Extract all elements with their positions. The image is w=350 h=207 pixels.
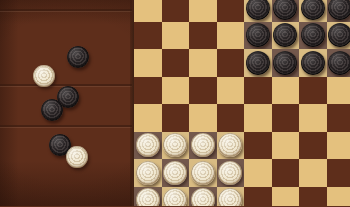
checker-dark-e7[interactable]	[246, 23, 270, 47]
square-a8[interactable]	[134, 0, 162, 22]
checker-dark-f7[interactable]	[273, 23, 297, 47]
square-g5[interactable]	[299, 77, 327, 105]
square-f5[interactable]	[272, 77, 300, 105]
game-board	[134, 0, 350, 206]
checker-light-d2[interactable]	[218, 161, 242, 185]
square-d6[interactable]	[217, 49, 245, 77]
square-c6[interactable]	[189, 49, 217, 77]
checker-light-d3[interactable]	[218, 133, 242, 157]
checker-dark-f8[interactable]	[273, 0, 297, 20]
table-checker-dark-1	[67, 46, 89, 68]
checker-light-d1[interactable]	[218, 188, 242, 206]
checker-dark-h8[interactable]	[328, 0, 350, 20]
square-b8[interactable]	[162, 0, 190, 22]
square-a4[interactable]	[134, 104, 162, 132]
square-f1[interactable]	[272, 187, 300, 207]
checker-light-c1[interactable]	[191, 188, 215, 206]
square-g2[interactable]	[299, 159, 327, 187]
checker-light-a1[interactable]	[136, 188, 160, 206]
square-h2[interactable]	[327, 159, 350, 187]
checker-light-a3[interactable]	[136, 133, 160, 157]
square-h3[interactable]	[327, 132, 350, 160]
checker-light-c3[interactable]	[191, 133, 215, 157]
square-e2[interactable]	[244, 159, 272, 187]
table-checker-light-6	[66, 146, 88, 168]
checker-dark-h7[interactable]	[328, 23, 350, 47]
square-e6[interactable]	[244, 49, 272, 77]
checker-dark-g6[interactable]	[301, 51, 325, 75]
square-c1[interactable]	[189, 187, 217, 207]
square-d3[interactable]	[217, 132, 245, 160]
checker-light-b2[interactable]	[163, 161, 187, 185]
checker-light-a2[interactable]	[136, 161, 160, 185]
square-h6[interactable]	[327, 49, 350, 77]
square-f3[interactable]	[272, 132, 300, 160]
checker-light-b1[interactable]	[163, 188, 187, 206]
square-f8[interactable]	[272, 0, 300, 22]
checker-dark-h6[interactable]	[328, 51, 350, 75]
square-a7[interactable]	[134, 22, 162, 50]
square-a5[interactable]	[134, 77, 162, 105]
square-e7[interactable]	[244, 22, 272, 50]
square-d7[interactable]	[217, 22, 245, 50]
square-e5[interactable]	[244, 77, 272, 105]
square-b2[interactable]	[162, 159, 190, 187]
square-h1[interactable]	[327, 187, 350, 207]
square-h5[interactable]	[327, 77, 350, 105]
square-b7[interactable]	[162, 22, 190, 50]
square-g8[interactable]	[299, 0, 327, 22]
square-e8[interactable]	[244, 0, 272, 22]
square-d8[interactable]	[217, 0, 245, 22]
square-d5[interactable]	[217, 77, 245, 105]
square-d1[interactable]	[217, 187, 245, 207]
square-a3[interactable]	[134, 132, 162, 160]
table-checker-light-2	[33, 65, 55, 87]
square-e1[interactable]	[244, 187, 272, 207]
checker-dark-g8[interactable]	[301, 0, 325, 20]
square-f4[interactable]	[272, 104, 300, 132]
square-g4[interactable]	[299, 104, 327, 132]
square-c3[interactable]	[189, 132, 217, 160]
square-a2[interactable]	[134, 159, 162, 187]
square-c5[interactable]	[189, 77, 217, 105]
square-g7[interactable]	[299, 22, 327, 50]
square-c2[interactable]	[189, 159, 217, 187]
square-g6[interactable]	[299, 49, 327, 77]
square-e4[interactable]	[244, 104, 272, 132]
square-f6[interactable]	[272, 49, 300, 77]
square-c7[interactable]	[189, 22, 217, 50]
checker-dark-e6[interactable]	[246, 51, 270, 75]
square-e3[interactable]	[244, 132, 272, 160]
plank-seam-1	[0, 9, 132, 11]
square-f7[interactable]	[272, 22, 300, 50]
square-h7[interactable]	[327, 22, 350, 50]
checker-light-b3[interactable]	[163, 133, 187, 157]
checker-dark-e8[interactable]	[246, 0, 270, 20]
square-c8[interactable]	[189, 0, 217, 22]
checker-light-c2[interactable]	[191, 161, 215, 185]
plank-seam-3	[0, 125, 132, 127]
square-d2[interactable]	[217, 159, 245, 187]
square-d4[interactable]	[217, 104, 245, 132]
square-b3[interactable]	[162, 132, 190, 160]
square-h8[interactable]	[327, 0, 350, 22]
square-c4[interactable]	[189, 104, 217, 132]
square-g1[interactable]	[299, 187, 327, 207]
square-b5[interactable]	[162, 77, 190, 105]
square-a6[interactable]	[134, 49, 162, 77]
square-b4[interactable]	[162, 104, 190, 132]
table-checker-dark-4	[41, 99, 63, 121]
wooden-table	[0, 0, 132, 206]
square-b6[interactable]	[162, 49, 190, 77]
checker-dark-f6[interactable]	[273, 51, 297, 75]
square-a1[interactable]	[134, 187, 162, 207]
square-h4[interactable]	[327, 104, 350, 132]
square-f2[interactable]	[272, 159, 300, 187]
square-b1[interactable]	[162, 187, 190, 207]
checker-dark-g7[interactable]	[301, 23, 325, 47]
square-g3[interactable]	[299, 132, 327, 160]
